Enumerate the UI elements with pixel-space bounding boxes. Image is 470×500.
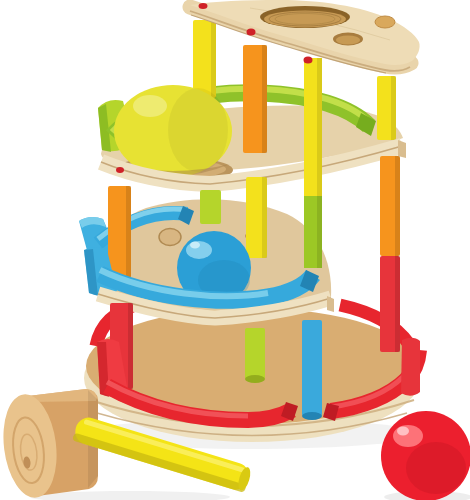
red-rail-rear-left <box>96 303 142 346</box>
hammer-grain-knot <box>23 456 31 469</box>
top-plate-surface <box>190 0 420 65</box>
base-shadow <box>78 419 422 449</box>
pound-hole-ring-1 <box>269 12 341 26</box>
shelf3-knob <box>159 229 181 246</box>
toy-scene <box>0 0 470 500</box>
shelf3-edge <box>98 294 331 318</box>
hammer-grain-ring-1 <box>10 416 48 485</box>
dome-recess-rim <box>113 157 233 183</box>
blue-ball <box>177 231 251 305</box>
red-rail-front-right-highlight <box>331 376 404 407</box>
pillar-mid-left-orange-shade <box>126 186 131 278</box>
pillar-top-left-yellow <box>193 20 216 98</box>
red-rail-left-cap-face <box>97 342 109 397</box>
blue-rail-rear-cap <box>79 217 116 256</box>
blue-rail-rear-highlight <box>98 209 187 239</box>
hammer-shadow <box>30 491 230 500</box>
top-plate-edge-stripe-2 <box>191 15 386 73</box>
shelf3-dowel-hole <box>245 232 259 240</box>
red-ball-spark <box>397 427 409 436</box>
lower-pillars <box>110 156 400 420</box>
dome-front-crescent <box>116 164 230 176</box>
hammer-grain-ring-2 <box>19 433 39 471</box>
red-ball <box>381 411 470 500</box>
pillar-top-center-orange <box>243 45 267 153</box>
hammer-head-side-shade <box>88 390 98 488</box>
red-ball-shadow <box>384 491 470 500</box>
pound-hole-ring-2 <box>275 14 335 25</box>
blue-ball-highlight <box>186 241 212 259</box>
base-edge-stripe-2 <box>97 413 407 436</box>
dowel-end-spot <box>375 16 395 28</box>
blue-rail-front-highlight <box>100 270 268 296</box>
base-top-surface <box>86 308 418 424</box>
hammer <box>0 389 253 500</box>
pound-hole <box>260 6 350 28</box>
pillar-bottom-blue-cap <box>302 412 322 420</box>
hammer-head-end-face <box>0 391 62 500</box>
top-plate-edge <box>190 7 411 67</box>
base-edge-stripe-1 <box>90 400 414 426</box>
pillar-outer-right-red <box>380 256 400 352</box>
blue-ball-shade <box>198 260 250 300</box>
small-hole <box>333 33 363 46</box>
red-rail-front-left-highlight <box>107 382 248 416</box>
green-rail-highlight <box>112 89 369 132</box>
top-plate <box>190 0 420 73</box>
pound-hole-wall <box>264 11 346 28</box>
pillar-top-left-yellow-shade <box>211 20 216 98</box>
green-rail-left-cap <box>98 100 134 151</box>
red-rail-front-left <box>107 386 292 420</box>
yellow-dome-highlight <box>133 95 167 117</box>
pillar-outer-right-shade <box>395 156 400 352</box>
pillar-mid-yellow-shade <box>262 177 267 258</box>
hammer-handle-rod <box>72 414 252 492</box>
hammer-end-ellipse <box>0 391 62 500</box>
plate-screw-2 <box>247 29 256 36</box>
red-rail-front-left-end <box>281 402 298 421</box>
small-hole-inner <box>336 36 360 45</box>
blue-ball-spark <box>190 242 200 249</box>
shelf2-screw <box>116 167 124 173</box>
base-edge <box>84 314 420 442</box>
pillar-mid-yellow <box>246 177 267 258</box>
pillar-top-center-orange-shade <box>262 45 267 153</box>
pillar-bottom-left-red-shade <box>128 303 133 389</box>
pillar-mid-left-orange <box>108 186 131 278</box>
red-ball-shade <box>406 442 466 494</box>
pillar-bottom-left-red <box>110 303 133 389</box>
top-plate-grain <box>250 8 390 40</box>
pillar-outer-right-orange <box>380 156 400 256</box>
green-rail <box>112 93 369 136</box>
shelf3-edge-right-face <box>327 296 334 312</box>
blue-rail-front <box>100 274 313 300</box>
green-rail-left-cap-face <box>98 104 111 152</box>
plate-screw-1 <box>199 3 208 9</box>
pillar-tall-twotone-green <box>304 196 322 268</box>
red-rail-front-right-end <box>323 403 339 421</box>
blue-rail-front-cap-face <box>84 249 98 296</box>
base-red-rails-front <box>97 338 420 421</box>
dome-recess-inner <box>120 159 226 179</box>
blue-rail-rear-end <box>178 206 194 225</box>
pillar-top-right-yellow <box>377 76 396 140</box>
red-rail-left-cap <box>97 339 128 397</box>
hammer-head-top-face <box>28 389 97 402</box>
pillar-bottom-lime-cap <box>245 375 265 383</box>
shelf2-surface <box>101 106 403 172</box>
blue-rail-rear-cap-top <box>79 217 106 228</box>
hammer-handle-tip <box>236 466 253 492</box>
shelf2-edge-stripe <box>101 146 402 184</box>
pillar-tall-twotone-shade <box>317 58 322 268</box>
level-2 <box>98 20 406 184</box>
blue-rail-front-cap <box>84 247 117 296</box>
pillar-bottom-lime <box>245 328 265 379</box>
pillar-top-right-yellow-shade <box>391 76 396 140</box>
pillar-bottom-blue <box>302 320 322 416</box>
blue-rail-front-end <box>300 270 319 292</box>
hammer-handle <box>72 414 253 493</box>
blue-rail-rear <box>98 213 187 243</box>
red-ball-group <box>381 411 470 500</box>
red-rail-front-right <box>331 350 419 411</box>
pillar-mid-lime <box>200 190 221 224</box>
red-ball-highlight <box>393 425 423 447</box>
yellow-dome-ball <box>114 85 232 177</box>
hammer-handle-highlight <box>83 419 245 473</box>
hammer-head-body <box>28 389 98 497</box>
shelf2-edge <box>101 146 402 184</box>
shelf3-surface <box>97 199 332 311</box>
yellow-dome-shade <box>168 88 228 172</box>
base-platform <box>78 303 422 449</box>
product-photo <box>0 0 470 500</box>
shelf2-edge-right-face <box>398 140 406 158</box>
red-rail-right-riser <box>401 338 420 396</box>
red-rail-rear-right <box>340 305 409 344</box>
pillar-tall-twotone-yellow <box>304 58 322 196</box>
shelf3-edge-stripe <box>98 294 331 318</box>
hammer-handle-shade <box>72 433 246 493</box>
green-rail-right-end <box>356 113 376 136</box>
top-plate-edge-stripe-1 <box>190 11 410 71</box>
plate-screw-3 <box>304 57 313 64</box>
level-3 <box>79 58 334 318</box>
